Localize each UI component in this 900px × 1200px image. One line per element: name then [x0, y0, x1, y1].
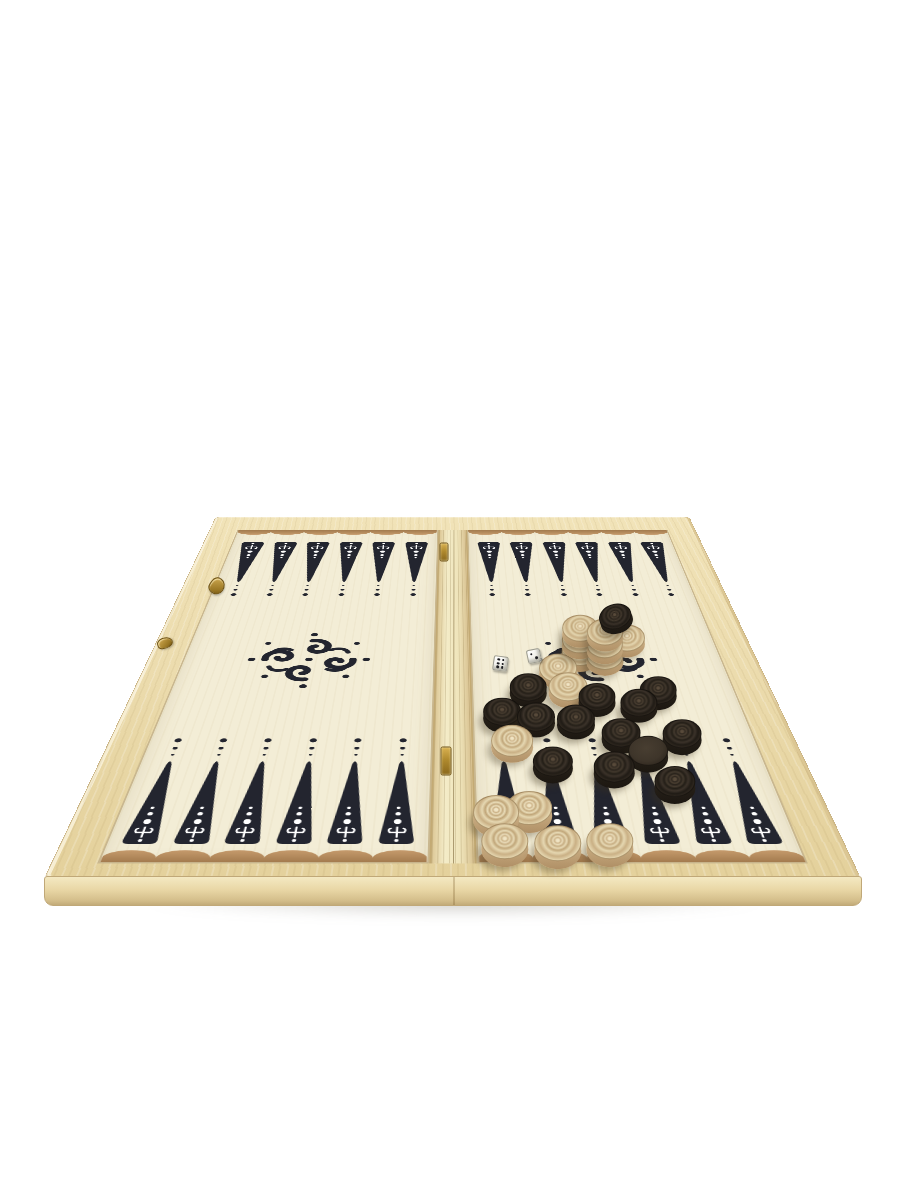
die-pip [535, 656, 538, 659]
checker-face [594, 751, 635, 782]
checker-dark[interactable] [663, 719, 702, 755]
checker-light[interactable] [586, 823, 633, 867]
checker-face [510, 673, 547, 701]
die-pip [530, 653, 533, 656]
checker-face [491, 725, 533, 757]
brass-hinge [440, 543, 449, 562]
checker-face [481, 823, 528, 859]
brass-clasp-knob[interactable] [156, 635, 175, 650]
die-pip [501, 662, 504, 665]
die-pip [497, 658, 500, 661]
checker-light[interactable] [491, 725, 533, 763]
brass-clasp-hook[interactable] [206, 575, 228, 598]
checker-face [483, 698, 521, 726]
checker-face [654, 766, 695, 797]
checker-light[interactable] [534, 825, 581, 869]
checker-face [586, 823, 633, 859]
checker-dark[interactable] [594, 751, 635, 788]
checker-face [557, 704, 595, 733]
brass-hinge [441, 747, 452, 776]
die-pip [501, 658, 504, 661]
checker-face [663, 719, 702, 748]
checker-dark[interactable] [533, 746, 573, 783]
checker-light[interactable] [481, 823, 528, 867]
checker-face [534, 825, 581, 861]
checker-dark[interactable] [557, 704, 595, 739]
pieces-overlay [0, 0, 900, 1200]
die-showing-6[interactable] [492, 655, 509, 672]
checker-dark[interactable] [654, 766, 695, 804]
die-pip [500, 665, 503, 668]
die-showing-2[interactable] [526, 648, 543, 665]
product-photo-stage [0, 0, 900, 1200]
die-pip [496, 661, 499, 664]
die-pip [496, 665, 499, 668]
